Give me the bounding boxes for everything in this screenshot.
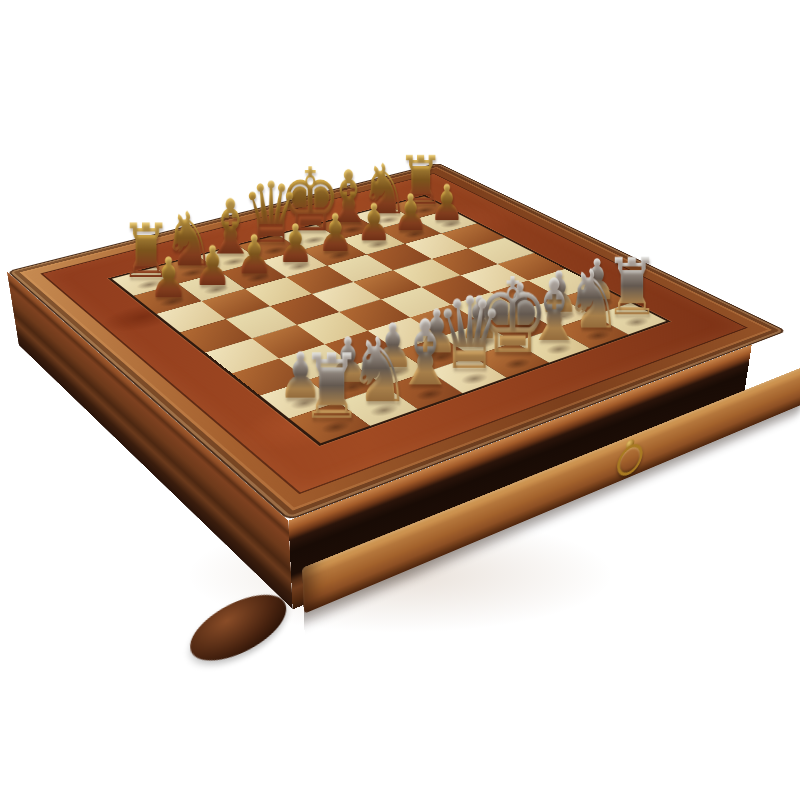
piece-black-pawn[interactable]: ♟ (114, 250, 223, 306)
chess-box: ♜♞♝♛♚♝♞♜♟♟♟♟♟♟♟♟♟♟♟♟♟♟♟♟♜♞♝♛♚♝♞♜ (7, 163, 788, 521)
bun-foot (188, 582, 288, 674)
drawer-ring-handle[interactable] (616, 435, 641, 477)
brass-ring-icon (615, 440, 643, 480)
product-photo-stage: ♜♞♝♛♚♝♞♜♟♟♟♟♟♟♟♟♟♟♟♟♟♟♟♟♜♞♝♛♚♝♞♜ (0, 0, 800, 800)
perspective-scene: ♜♞♝♛♚♝♞♜♟♟♟♟♟♟♟♟♟♟♟♟♟♟♟♟♜♞♝♛♚♝♞♜ (0, 0, 800, 800)
piece-white-rook[interactable]: ♜ (267, 343, 395, 432)
